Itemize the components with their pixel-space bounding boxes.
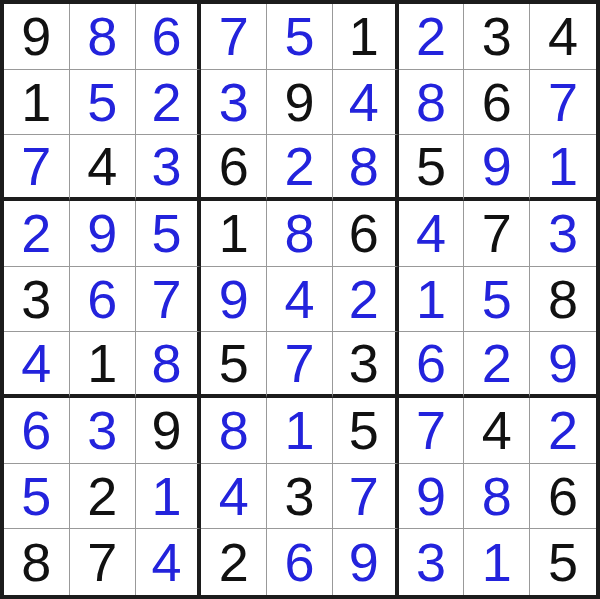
cell-r3c8[interactable]: 9 xyxy=(464,135,530,201)
cell-r6c9[interactable]: 9 xyxy=(530,332,596,398)
cell-r6c4[interactable]: 5 xyxy=(201,332,267,398)
cell-r7c8[interactable]: 4 xyxy=(464,398,530,464)
cell-r7c2[interactable]: 3 xyxy=(70,398,136,464)
cell-r4c4[interactable]: 1 xyxy=(201,201,267,267)
cell-r2c8[interactable]: 6 xyxy=(464,70,530,136)
cell-r7c5[interactable]: 1 xyxy=(267,398,333,464)
cell-r4c2[interactable]: 9 xyxy=(70,201,136,267)
cell-r7c7[interactable]: 7 xyxy=(399,398,465,464)
cell-r4c5[interactable]: 8 xyxy=(267,201,333,267)
cell-r6c3[interactable]: 8 xyxy=(136,332,202,398)
cell-r3c3[interactable]: 3 xyxy=(136,135,202,201)
cell-r1c6[interactable]: 1 xyxy=(333,4,399,70)
cell-r4c8[interactable]: 7 xyxy=(464,201,530,267)
cell-r9c3[interactable]: 4 xyxy=(136,529,202,595)
cell-r9c9[interactable]: 5 xyxy=(530,529,596,595)
cell-r1c3[interactable]: 6 xyxy=(136,4,202,70)
cell-r6c2[interactable]: 1 xyxy=(70,332,136,398)
cell-r3c1[interactable]: 7 xyxy=(4,135,70,201)
cell-r3c4[interactable]: 6 xyxy=(201,135,267,201)
cell-r7c4[interactable]: 8 xyxy=(201,398,267,464)
cell-r2c1[interactable]: 1 xyxy=(4,70,70,136)
cell-r2c6[interactable]: 4 xyxy=(333,70,399,136)
cell-r8c8[interactable]: 8 xyxy=(464,464,530,530)
cell-r6c6[interactable]: 3 xyxy=(333,332,399,398)
cell-r3c6[interactable]: 8 xyxy=(333,135,399,201)
cell-r1c8[interactable]: 3 xyxy=(464,4,530,70)
cell-r8c3[interactable]: 1 xyxy=(136,464,202,530)
cell-r3c2[interactable]: 4 xyxy=(70,135,136,201)
cell-r6c1[interactable]: 4 xyxy=(4,332,70,398)
cell-r9c5[interactable]: 6 xyxy=(267,529,333,595)
cell-r5c9[interactable]: 8 xyxy=(530,267,596,333)
cell-r4c7[interactable]: 4 xyxy=(399,201,465,267)
cell-r8c4[interactable]: 4 xyxy=(201,464,267,530)
cell-r5c7[interactable]: 1 xyxy=(399,267,465,333)
cell-r5c2[interactable]: 6 xyxy=(70,267,136,333)
cell-r8c7[interactable]: 9 xyxy=(399,464,465,530)
cell-r8c2[interactable]: 2 xyxy=(70,464,136,530)
cell-r9c4[interactable]: 2 xyxy=(201,529,267,595)
cell-r2c9[interactable]: 7 xyxy=(530,70,596,136)
cell-r7c9[interactable]: 2 xyxy=(530,398,596,464)
cell-r2c7[interactable]: 8 xyxy=(399,70,465,136)
cell-r7c1[interactable]: 6 xyxy=(4,398,70,464)
cell-r2c2[interactable]: 5 xyxy=(70,70,136,136)
cell-r7c3[interactable]: 9 xyxy=(136,398,202,464)
cell-r3c7[interactable]: 5 xyxy=(399,135,465,201)
cell-r8c6[interactable]: 7 xyxy=(333,464,399,530)
cell-r1c7[interactable]: 2 xyxy=(399,4,465,70)
cell-r1c4[interactable]: 7 xyxy=(201,4,267,70)
cell-r3c9[interactable]: 1 xyxy=(530,135,596,201)
cell-r9c1[interactable]: 8 xyxy=(4,529,70,595)
cell-r2c3[interactable]: 2 xyxy=(136,70,202,136)
cell-r8c5[interactable]: 3 xyxy=(267,464,333,530)
cell-r8c1[interactable]: 5 xyxy=(4,464,70,530)
cell-r5c6[interactable]: 2 xyxy=(333,267,399,333)
cell-r6c7[interactable]: 6 xyxy=(399,332,465,398)
cell-r9c6[interactable]: 9 xyxy=(333,529,399,595)
cell-r8c9[interactable]: 6 xyxy=(530,464,596,530)
cell-r5c3[interactable]: 7 xyxy=(136,267,202,333)
cell-r5c8[interactable]: 5 xyxy=(464,267,530,333)
cell-r5c5[interactable]: 4 xyxy=(267,267,333,333)
cell-r6c5[interactable]: 7 xyxy=(267,332,333,398)
cell-r3c5[interactable]: 2 xyxy=(267,135,333,201)
cell-r1c1[interactable]: 9 xyxy=(4,4,70,70)
cell-r1c5[interactable]: 5 xyxy=(267,4,333,70)
cell-r4c6[interactable]: 6 xyxy=(333,201,399,267)
cell-r1c2[interactable]: 8 xyxy=(70,4,136,70)
cell-r4c3[interactable]: 5 xyxy=(136,201,202,267)
cell-r7c6[interactable]: 5 xyxy=(333,398,399,464)
cell-r9c2[interactable]: 7 xyxy=(70,529,136,595)
cell-r5c1[interactable]: 3 xyxy=(4,267,70,333)
cell-r4c1[interactable]: 2 xyxy=(4,201,70,267)
cell-r2c4[interactable]: 3 xyxy=(201,70,267,136)
cell-r9c7[interactable]: 3 xyxy=(399,529,465,595)
cell-r6c8[interactable]: 2 xyxy=(464,332,530,398)
cell-r4c9[interactable]: 3 xyxy=(530,201,596,267)
cell-r1c9[interactable]: 4 xyxy=(530,4,596,70)
cell-r9c8[interactable]: 1 xyxy=(464,529,530,595)
cell-r2c5[interactable]: 9 xyxy=(267,70,333,136)
sudoku-board: 9867512341523948677436285912951864733679… xyxy=(0,0,600,599)
cell-r5c4[interactable]: 9 xyxy=(201,267,267,333)
